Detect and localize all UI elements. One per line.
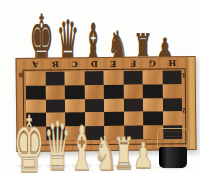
board-square [143, 112, 163, 126]
board-square [143, 98, 163, 112]
board-square [45, 71, 65, 85]
storage-cup-body [159, 147, 187, 168]
board-square [162, 84, 182, 98]
file-label-f: F [123, 59, 143, 70]
file-label-d: D [84, 59, 104, 70]
board-square [84, 71, 104, 85]
board-square [143, 70, 163, 84]
board-square [163, 112, 183, 126]
board-square [124, 112, 144, 126]
board-square [123, 71, 143, 85]
board-square [45, 85, 65, 99]
chess-set-photo: ♚ ♛ ♝ ♞ ♜ ♟ A B C D E F G H 8 1 2 ♚ ♛ [0, 0, 200, 173]
board-square [65, 85, 85, 99]
file-label-c: C [65, 59, 85, 70]
rank-label-left: 8 [19, 72, 23, 79]
board-square [84, 85, 104, 99]
light-queen-glyph: ♛ [43, 113, 70, 173]
board-square [123, 84, 143, 98]
rank-label-right-1: 1 [181, 72, 185, 79]
board-square [143, 84, 163, 98]
board-square [84, 99, 104, 113]
file-label-e: E [104, 59, 124, 70]
file-label-h: H [162, 58, 182, 69]
board-square [162, 70, 182, 84]
board-square [123, 98, 143, 112]
light-bishop-glyph: ♝ [69, 118, 95, 173]
rank-label-right-2: 2 [182, 107, 186, 114]
light-pawn-glyph: ♟ [133, 138, 154, 173]
file-label-g: G [143, 58, 163, 69]
storage-cup [157, 128, 189, 168]
board-square [65, 71, 85, 85]
board-square [26, 72, 46, 86]
board-square [26, 85, 46, 99]
board-square [104, 98, 124, 112]
file-label-a: A [26, 60, 46, 71]
storage-cup-lid [157, 128, 189, 148]
board-square [162, 98, 182, 112]
board-square [104, 71, 124, 85]
light-rook-glyph: ♜ [113, 132, 135, 173]
board-square [104, 85, 124, 99]
light-king-glyph: ♚ [13, 106, 44, 173]
file-label-b: B [45, 59, 65, 70]
file-labels-strip: A B C D E F G H [26, 58, 182, 71]
